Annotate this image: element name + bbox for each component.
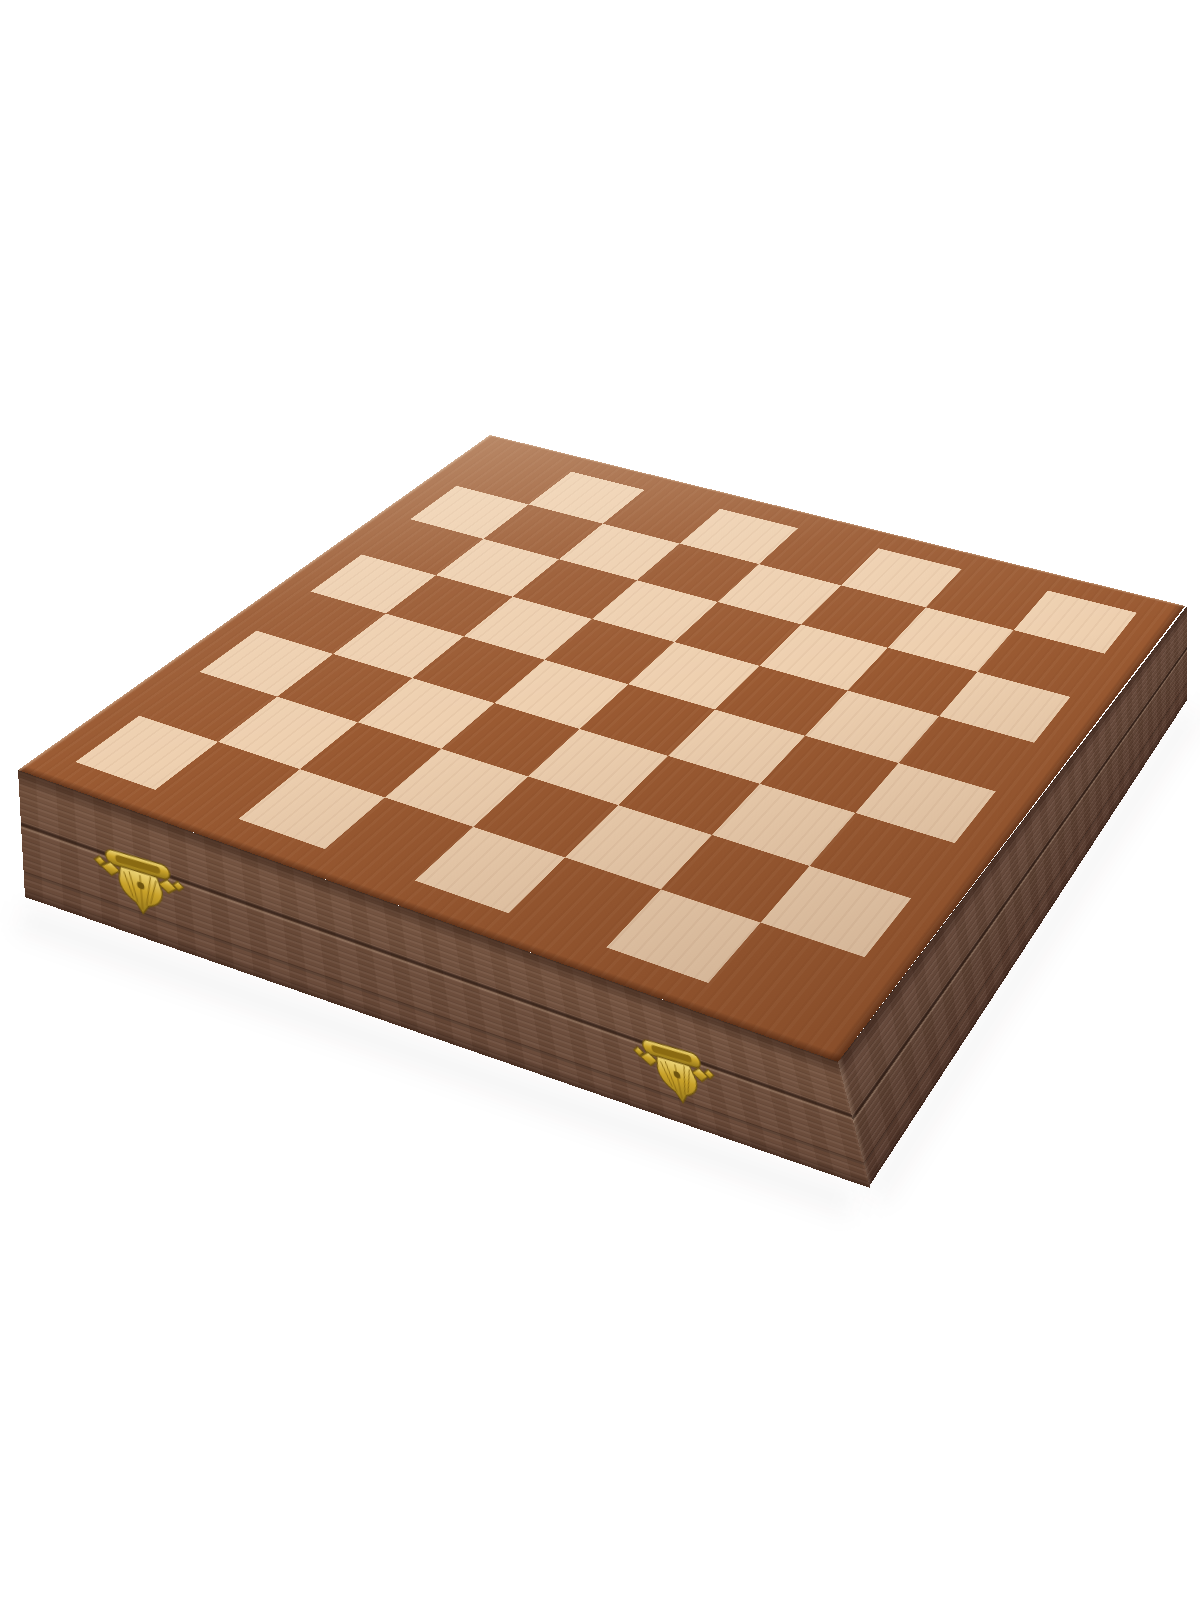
chess-case-photo — [0, 0, 1200, 1600]
brass-latch-icon[interactable] — [623, 1017, 728, 1130]
brass-latch-icon[interactable] — [88, 826, 192, 943]
